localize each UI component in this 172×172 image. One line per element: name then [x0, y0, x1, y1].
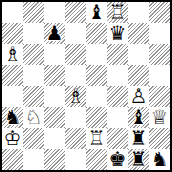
square-b7[interactable] [23, 23, 44, 44]
square-b5[interactable] [23, 65, 44, 86]
square-e1[interactable] [86, 149, 107, 170]
square-d6[interactable] [65, 44, 86, 65]
square-e4[interactable] [86, 86, 107, 107]
white-rook-icon[interactable]: ♜♖ [107, 2, 128, 23]
black-king-icon[interactable]: ♚ [107, 149, 128, 170]
piece-outline: ♕ [149, 107, 170, 128]
piece-glyph: ♜ [128, 149, 149, 170]
square-h2[interactable] [149, 128, 170, 149]
black-rook-icon[interactable]: ♜ [128, 149, 149, 170]
square-g2[interactable]: ♜ [128, 128, 149, 149]
square-e5[interactable] [86, 65, 107, 86]
square-b8[interactable] [23, 2, 44, 23]
square-f5[interactable] [107, 65, 128, 86]
square-f4[interactable] [107, 86, 128, 107]
square-e8[interactable]: ♝ [86, 2, 107, 23]
square-c1[interactable] [44, 149, 65, 170]
square-f2[interactable] [107, 128, 128, 149]
piece-outline: ♘ [23, 107, 44, 128]
square-b4[interactable] [23, 86, 44, 107]
black-knight-icon[interactable]: ♞ [149, 149, 170, 170]
black-pawn-icon[interactable]: ♟ [44, 23, 65, 44]
piece-glyph: ♞ [149, 149, 170, 170]
square-a8[interactable] [2, 2, 23, 23]
square-e7[interactable] [86, 23, 107, 44]
square-a4[interactable] [2, 86, 23, 107]
chess-board: ♝♜♖♟♛♝♗♝♗♟♙♞♞♘♝♛♕♚♔♜♖♜♚♜♞ [0, 0, 172, 172]
square-c4[interactable] [44, 86, 65, 107]
piece-glyph: ♚ [107, 149, 128, 170]
white-bishop-icon[interactable]: ♝♗ [65, 86, 86, 107]
square-a7[interactable] [2, 23, 23, 44]
piece-outline: ♙ [128, 86, 149, 107]
square-h5[interactable] [149, 65, 170, 86]
black-rook-icon[interactable]: ♜ [128, 128, 149, 149]
square-f7[interactable]: ♛ [107, 23, 128, 44]
black-bishop-icon[interactable]: ♝ [86, 2, 107, 23]
square-h6[interactable] [149, 44, 170, 65]
square-d3[interactable] [65, 107, 86, 128]
piece-outline: ♗ [65, 86, 86, 107]
square-d8[interactable] [65, 2, 86, 23]
piece-glyph: ♝ [128, 107, 149, 128]
square-g3[interactable]: ♝ [128, 107, 149, 128]
piece-outline: ♗ [2, 44, 23, 65]
square-c8[interactable] [44, 2, 65, 23]
square-d4[interactable]: ♝♗ [65, 86, 86, 107]
square-g6[interactable] [128, 44, 149, 65]
black-bishop-icon[interactable]: ♝ [128, 107, 149, 128]
piece-outline: ♖ [107, 2, 128, 23]
square-c2[interactable] [44, 128, 65, 149]
square-g8[interactable] [128, 2, 149, 23]
square-b3[interactable]: ♞♘ [23, 107, 44, 128]
square-a2[interactable]: ♚♔ [2, 128, 23, 149]
square-c3[interactable] [44, 107, 65, 128]
square-f6[interactable] [107, 44, 128, 65]
square-f8[interactable]: ♜♖ [107, 2, 128, 23]
piece-glyph: ♛ [107, 23, 128, 44]
white-pawn-icon[interactable]: ♟♙ [128, 86, 149, 107]
black-knight-icon[interactable]: ♞ [2, 107, 23, 128]
piece-glyph: ♜ [128, 128, 149, 149]
square-h1[interactable]: ♞ [149, 149, 170, 170]
square-b6[interactable] [23, 44, 44, 65]
square-g1[interactable]: ♜ [128, 149, 149, 170]
square-h3[interactable]: ♛♕ [149, 107, 170, 128]
square-a3[interactable]: ♞ [2, 107, 23, 128]
square-d7[interactable] [65, 23, 86, 44]
square-b1[interactable] [23, 149, 44, 170]
square-h7[interactable] [149, 23, 170, 44]
square-h4[interactable] [149, 86, 170, 107]
piece-glyph: ♝ [86, 2, 107, 23]
square-h8[interactable] [149, 2, 170, 23]
chess-diagram: ♝♜♖♟♛♝♗♝♗♟♙♞♞♘♝♛♕♚♔♜♖♜♚♜♞ [0, 0, 172, 172]
piece-outline: ♖ [86, 128, 107, 149]
white-bishop-icon[interactable]: ♝♗ [2, 44, 23, 65]
square-d1[interactable] [65, 149, 86, 170]
white-rook-icon[interactable]: ♜♖ [86, 128, 107, 149]
square-f1[interactable]: ♚ [107, 149, 128, 170]
piece-glyph: ♟ [44, 23, 65, 44]
black-queen-icon[interactable]: ♛ [107, 23, 128, 44]
square-d2[interactable] [65, 128, 86, 149]
square-g4[interactable]: ♟♙ [128, 86, 149, 107]
square-a6[interactable]: ♝♗ [2, 44, 23, 65]
piece-outline: ♔ [2, 128, 23, 149]
piece-glyph: ♞ [2, 107, 23, 128]
square-a5[interactable] [2, 65, 23, 86]
square-c6[interactable] [44, 44, 65, 65]
white-queen-icon[interactable]: ♛♕ [149, 107, 170, 128]
square-b2[interactable] [23, 128, 44, 149]
square-g7[interactable] [128, 23, 149, 44]
square-e3[interactable] [86, 107, 107, 128]
square-f3[interactable] [107, 107, 128, 128]
square-e6[interactable] [86, 44, 107, 65]
white-king-icon[interactable]: ♚♔ [2, 128, 23, 149]
square-d5[interactable] [65, 65, 86, 86]
square-g5[interactable] [128, 65, 149, 86]
square-c5[interactable] [44, 65, 65, 86]
square-e2[interactable]: ♜♖ [86, 128, 107, 149]
square-c7[interactable]: ♟ [44, 23, 65, 44]
white-knight-icon[interactable]: ♞♘ [23, 107, 44, 128]
square-a1[interactable] [2, 149, 23, 170]
